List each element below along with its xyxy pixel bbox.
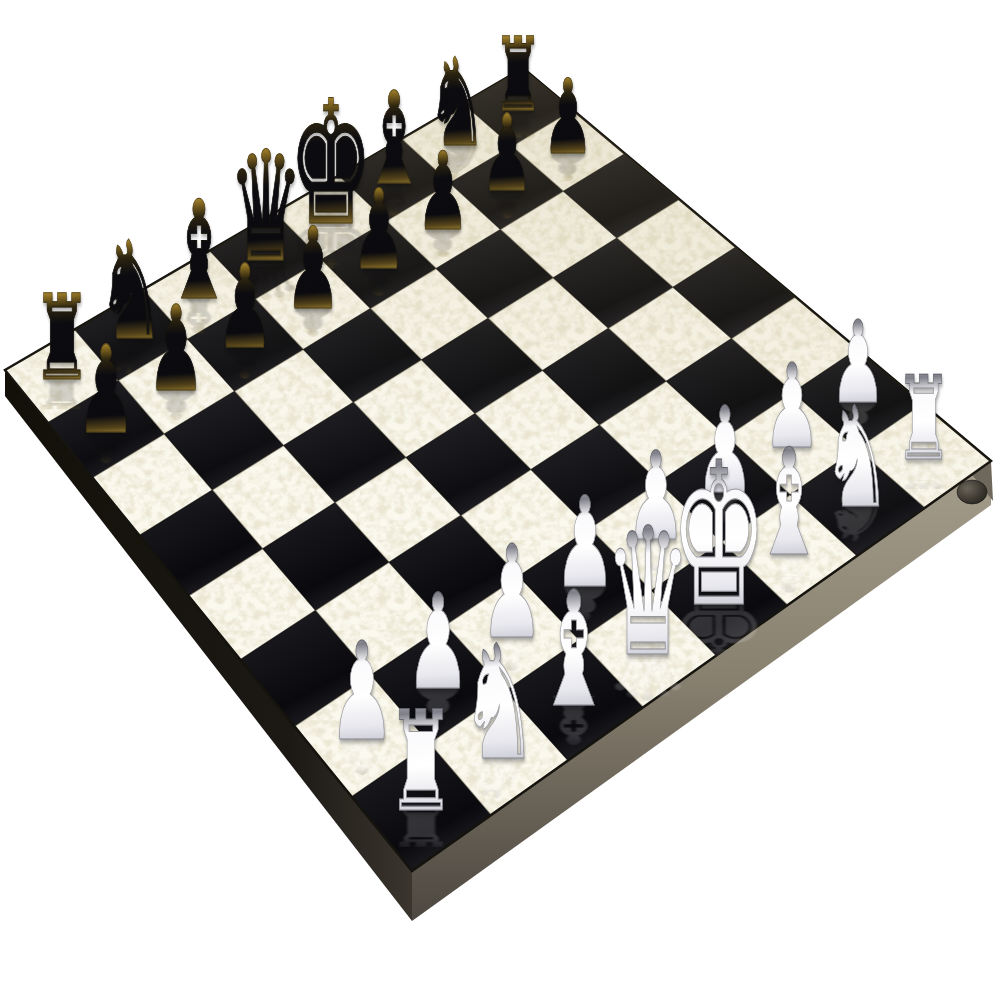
piece-white-rook[interactable]: ♜ — [895, 361, 952, 477]
piece-black-pawn[interactable]: ♟ — [352, 175, 406, 285]
piece-white-knight[interactable]: ♞ — [823, 388, 892, 528]
piece-black-pawn[interactable]: ♟ — [217, 251, 274, 367]
piece-black-pawn[interactable]: ♟ — [285, 212, 341, 325]
piece-black-pawn[interactable]: ♟ — [417, 138, 470, 246]
piece-white-knight[interactable]: ♞ — [459, 623, 537, 782]
chess-set-photo: ♜♜♞♞♝♝♛♛♚♚♝♝♞♞♜♜♟♟♟♟♟♟♟♟♟♟♟♟♟♟♟♟♟♟♟♟♟♟♟♟… — [0, 0, 1000, 1000]
piece-white-queen[interactable]: ♛ — [604, 504, 691, 681]
piece-black-pawn[interactable]: ♟ — [147, 290, 205, 408]
piece-white-rook[interactable]: ♜ — [387, 693, 455, 832]
piece-white-pawn[interactable]: ♟ — [328, 625, 395, 761]
piece-black-pawn[interactable]: ♟ — [543, 66, 594, 170]
piece-white-bishop[interactable]: ♝ — [535, 570, 613, 729]
pieces-layer: ♜♜♞♞♝♝♛♛♚♚♝♝♞♞♜♜♟♟♟♟♟♟♟♟♟♟♟♟♟♟♟♟♟♟♟♟♟♟♟♟… — [0, 0, 1000, 1000]
piece-black-pawn[interactable]: ♟ — [76, 330, 136, 451]
piece-black-pawn[interactable]: ♟ — [480, 101, 532, 207]
